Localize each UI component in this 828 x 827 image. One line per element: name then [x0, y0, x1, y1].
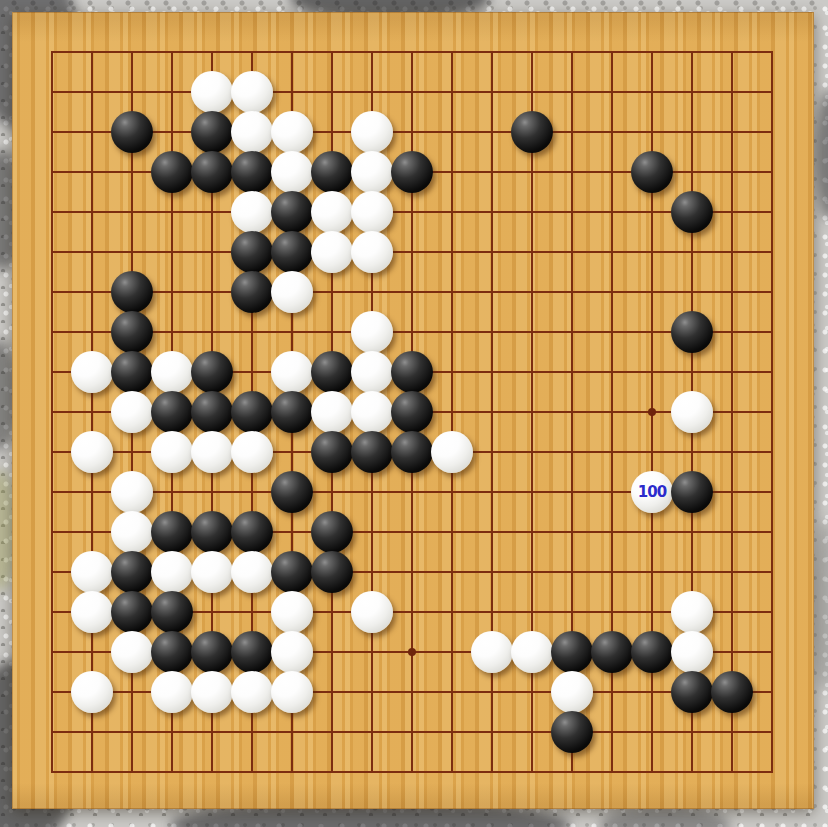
- white-stone: [71, 431, 113, 473]
- white-stone: [191, 71, 233, 113]
- black-stone: [111, 111, 153, 153]
- white-stone: [511, 631, 553, 673]
- white-stone: [311, 391, 353, 433]
- white-stone: [151, 351, 193, 393]
- white-stone: [271, 591, 313, 633]
- black-stone: [151, 151, 193, 193]
- white-stone: [111, 471, 153, 513]
- white-stone: [351, 151, 393, 193]
- white-stone: [151, 671, 193, 713]
- black-stone: [311, 431, 353, 473]
- white-stone: [311, 191, 353, 233]
- black-stone: [151, 511, 193, 553]
- white-stone: [151, 551, 193, 593]
- white-stone: [471, 631, 513, 673]
- black-stone: [391, 351, 433, 393]
- white-stone: [351, 351, 393, 393]
- white-stone: [111, 511, 153, 553]
- black-stone: [511, 111, 553, 153]
- white-stone: [111, 631, 153, 673]
- black-stone: [151, 391, 193, 433]
- white-stone: [351, 391, 393, 433]
- black-stone: [271, 551, 313, 593]
- board-grid: 100: [51, 51, 773, 773]
- black-stone: [111, 551, 153, 593]
- black-stone: [671, 471, 713, 513]
- grid-line-vertical: [731, 51, 733, 773]
- black-stone: [271, 471, 313, 513]
- black-stone: [111, 351, 153, 393]
- black-stone: [391, 391, 433, 433]
- black-stone: [671, 311, 713, 353]
- black-stone: [191, 111, 233, 153]
- black-stone: [231, 391, 273, 433]
- black-stone: [231, 271, 273, 313]
- black-stone: [711, 671, 753, 713]
- black-stone: [111, 271, 153, 313]
- white-stone: [231, 671, 273, 713]
- white-stone: [231, 71, 273, 113]
- white-stone: [71, 671, 113, 713]
- white-stone: [311, 231, 353, 273]
- black-stone: [551, 711, 593, 753]
- black-stone: [391, 151, 433, 193]
- go-board[interactable]: 100: [12, 12, 814, 809]
- white-stone: [71, 551, 113, 593]
- white-stone: [271, 111, 313, 153]
- grid-line-horizontal: [51, 771, 773, 773]
- black-stone: [191, 391, 233, 433]
- black-stone: [191, 351, 233, 393]
- white-stone: [191, 551, 233, 593]
- black-stone: [631, 151, 673, 193]
- star-point: [408, 648, 416, 656]
- black-stone: [591, 631, 633, 673]
- white-stone: [191, 431, 233, 473]
- white-stone: [351, 591, 393, 633]
- white-stone: [231, 191, 273, 233]
- white-stone: [271, 271, 313, 313]
- white-stone: [271, 631, 313, 673]
- white-stone: [351, 311, 393, 353]
- black-stone: [191, 511, 233, 553]
- screenshot-root: { "game": "go", "position": { "format": …: [0, 0, 828, 827]
- white-stone: [351, 231, 393, 273]
- white-stone: [111, 391, 153, 433]
- black-stone: [311, 551, 353, 593]
- black-stone: [231, 151, 273, 193]
- white-stone: [71, 591, 113, 633]
- white-stone: [271, 351, 313, 393]
- black-stone: [311, 151, 353, 193]
- white-stone: [271, 671, 313, 713]
- black-stone: [551, 631, 593, 673]
- black-stone: [631, 631, 673, 673]
- white-stone: [351, 191, 393, 233]
- black-stone: [111, 311, 153, 353]
- black-stone: [311, 511, 353, 553]
- black-stone: [151, 591, 193, 633]
- black-stone: [151, 631, 193, 673]
- star-point: [648, 408, 656, 416]
- black-stone: [271, 191, 313, 233]
- grid-line-vertical: [451, 51, 453, 773]
- grid-line-horizontal: [51, 731, 773, 733]
- black-stone: [111, 591, 153, 633]
- grid-line-vertical: [771, 51, 773, 773]
- black-stone: [231, 631, 273, 673]
- move-number-label: 100: [638, 485, 666, 500]
- white-stone: [231, 431, 273, 473]
- white-stone: [271, 151, 313, 193]
- white-stone: [71, 351, 113, 393]
- white-stone: [231, 551, 273, 593]
- white-stone: [191, 671, 233, 713]
- black-stone: [351, 431, 393, 473]
- white-stone: [351, 111, 393, 153]
- black-stone: [271, 231, 313, 273]
- black-stone: [671, 671, 713, 713]
- white-stone: [151, 431, 193, 473]
- white-stone: [671, 591, 713, 633]
- black-stone: [671, 191, 713, 233]
- white-stone: [671, 391, 713, 433]
- white-stone: [671, 631, 713, 673]
- black-stone: [271, 391, 313, 433]
- white-stone: [551, 671, 593, 713]
- black-stone: [391, 431, 433, 473]
- black-stone: [191, 151, 233, 193]
- move-100-stone: 100: [631, 471, 673, 513]
- white-stone: [231, 111, 273, 153]
- white-stone: [431, 431, 473, 473]
- black-stone: [231, 231, 273, 273]
- black-stone: [311, 351, 353, 393]
- black-stone: [231, 511, 273, 553]
- black-stone: [191, 631, 233, 673]
